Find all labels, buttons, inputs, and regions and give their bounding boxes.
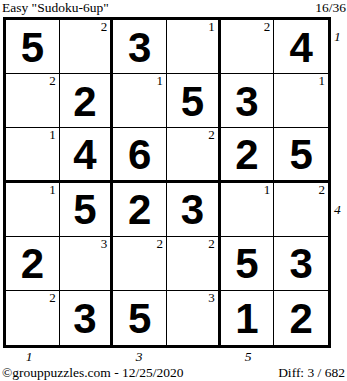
cell-r5c1[interactable]: 2 (6, 237, 60, 291)
corner-mark: 3 (101, 237, 108, 251)
cell-value: 5 (21, 27, 44, 69)
cell-r3c6[interactable]: 5 (274, 128, 328, 182)
cell-value: 2 (128, 189, 151, 231)
cell-r4c1[interactable]: 1 (6, 183, 60, 237)
cell-r4c5[interactable]: 1 (221, 183, 275, 237)
cell-value: 5 (235, 243, 258, 285)
cell-r5c2[interactable]: 3 (60, 237, 114, 291)
corner-mark: 1 (49, 183, 56, 197)
cell-value: 2 (289, 298, 312, 340)
corner-mark: 1 (49, 128, 56, 142)
cell-r3c3[interactable]: 6 (113, 128, 167, 182)
cell-value: 3 (181, 189, 204, 231)
corner-mark: 1 (157, 74, 164, 88)
corner-mark: 2 (157, 237, 164, 251)
cell-r1c4[interactable]: 1 (167, 20, 221, 74)
cell-r5c5[interactable]: 5 (221, 237, 275, 291)
cell-r6c5[interactable]: 1 (221, 291, 275, 345)
cell-r2c3[interactable]: 1 (113, 74, 167, 128)
cell-r1c1[interactable]: 5 (6, 20, 60, 74)
col-label-3: 3 (133, 349, 145, 365)
cell-value: 3 (235, 81, 258, 123)
cell-r6c2[interactable]: 3 (60, 291, 114, 345)
cell-r5c3[interactable]: 2 (113, 237, 167, 291)
corner-mark: 2 (49, 291, 56, 305)
cell-r1c3[interactable]: 3 (113, 20, 167, 74)
cell-r2c6[interactable]: 1 (274, 74, 328, 128)
row-label-4: 4 (334, 202, 341, 218)
cell-r2c1[interactable]: 2 (6, 74, 60, 128)
corner-mark: 2 (208, 128, 215, 142)
cell-r1c6[interactable]: 4 (274, 20, 328, 74)
copyright-text: ©grouppuzzles.com - 12/25/2020 (2, 365, 184, 381)
difficulty-text: Diff: 3 / 682 (278, 365, 345, 381)
cell-r4c3[interactable]: 2 (113, 183, 167, 237)
cell-value: 6 (128, 134, 151, 176)
corner-mark: 2 (101, 20, 108, 34)
cell-r6c3[interactable]: 5 (113, 291, 167, 345)
cell-value: 5 (289, 134, 312, 176)
corner-mark: 1 (319, 74, 326, 88)
cell-r2c2[interactable]: 2 (60, 74, 114, 128)
cell-value: 4 (289, 27, 312, 69)
cell-value: 2 (235, 134, 258, 176)
cell-r5c4[interactable]: 2 (167, 237, 221, 291)
col-label-5: 5 (242, 349, 254, 365)
cell-r3c4[interactable]: 2 (167, 128, 221, 182)
cell-value: 4 (73, 134, 96, 176)
corner-mark: 1 (208, 20, 215, 34)
corner-mark: 1 (264, 183, 271, 197)
cell-value: 2 (73, 81, 96, 123)
corner-mark: 2 (264, 20, 271, 34)
cell-r2c4[interactable]: 5 (167, 74, 221, 128)
cell-value: 1 (235, 298, 258, 340)
cell-r1c5[interactable]: 2 (221, 20, 275, 74)
cell-value: 5 (73, 189, 96, 231)
col-label-1: 1 (23, 349, 35, 365)
row-label-1: 1 (334, 29, 341, 45)
cell-r6c6[interactable]: 2 (274, 291, 328, 345)
cell-r1c2[interactable]: 2 (60, 20, 114, 74)
corner-mark: 2 (49, 74, 56, 88)
cell-r4c6[interactable]: 2 (274, 183, 328, 237)
corner-mark: 2 (319, 183, 326, 197)
progress-counter: 16/36 (315, 0, 346, 16)
cell-value: 3 (128, 27, 151, 69)
cell-r3c2[interactable]: 4 (60, 128, 114, 182)
cell-r3c1[interactable]: 1 (6, 128, 60, 182)
cell-r3c5[interactable]: 2 (221, 128, 275, 182)
cell-r5c6[interactable]: 3 (274, 237, 328, 291)
cell-value: 3 (289, 243, 312, 285)
cell-r4c4[interactable]: 3 (167, 183, 221, 237)
cell-r4c2[interactable]: 5 (60, 183, 114, 237)
cell-value: 5 (181, 81, 204, 123)
corner-mark: 2 (208, 237, 215, 251)
cell-r6c4[interactable]: 3 (167, 291, 221, 345)
cell-r6c1[interactable]: 2 (6, 291, 60, 345)
puzzle-title: Easy "Sudoku-6up" (2, 0, 109, 16)
cell-value: 3 (73, 298, 96, 340)
cell-value: 2 (21, 243, 44, 285)
sudoku-board: 5 2 3 1 2 4 2 2 1 5 3 1 1 4 6 2 2 5 1 5 … (3, 17, 331, 348)
cell-r2c5[interactable]: 3 (221, 74, 275, 128)
corner-mark: 3 (208, 291, 215, 305)
cell-value: 5 (128, 298, 151, 340)
